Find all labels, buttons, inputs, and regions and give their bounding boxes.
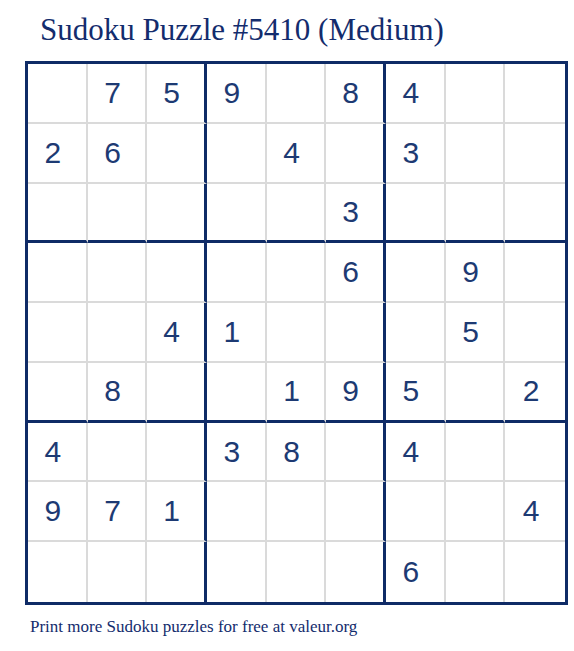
cell-r7c4: 3 <box>207 423 267 483</box>
cell-r4c8: 9 <box>446 243 506 303</box>
cell-r3c8 <box>446 184 506 244</box>
cell-r5c1 <box>28 303 88 363</box>
cell-r2c6 <box>326 124 386 184</box>
cell-r8c6 <box>326 482 386 542</box>
cell-r1c3: 5 <box>147 64 207 124</box>
cell-r2c8 <box>446 124 506 184</box>
cell-r4c3 <box>147 243 207 303</box>
cell-r2c1: 2 <box>28 124 88 184</box>
cell-r7c2 <box>88 423 148 483</box>
cell-r7c7: 4 <box>386 423 446 483</box>
cell-r9c5 <box>267 542 327 602</box>
cell-r8c3: 1 <box>147 482 207 542</box>
cell-r8c1: 9 <box>28 482 88 542</box>
cell-r2c4 <box>207 124 267 184</box>
cell-r4c6: 6 <box>326 243 386 303</box>
sudoku-board: 75984264336941581952438497146 <box>25 61 568 605</box>
cell-r6c6: 9 <box>326 363 386 423</box>
cell-r1c4: 9 <box>207 64 267 124</box>
cell-r2c5: 4 <box>267 124 327 184</box>
cell-r3c1 <box>28 184 88 244</box>
cell-r5c3: 4 <box>147 303 207 363</box>
cell-r4c2 <box>88 243 148 303</box>
cell-r5c5 <box>267 303 327 363</box>
cell-r1c8 <box>446 64 506 124</box>
cell-r2c9 <box>505 124 565 184</box>
cell-r9c9 <box>505 542 565 602</box>
cell-r3c4 <box>207 184 267 244</box>
cell-r8c4 <box>207 482 267 542</box>
cell-r6c8 <box>446 363 506 423</box>
page-title: Sudoku Puzzle #5410 (Medium) <box>40 12 444 48</box>
cell-r5c2 <box>88 303 148 363</box>
cell-r9c8 <box>446 542 506 602</box>
cell-r1c1 <box>28 64 88 124</box>
cell-r4c9 <box>505 243 565 303</box>
cell-r6c9: 2 <box>505 363 565 423</box>
cell-r8c9: 4 <box>505 482 565 542</box>
cell-r1c7: 4 <box>386 64 446 124</box>
cell-r2c2: 6 <box>88 124 148 184</box>
cell-r6c1 <box>28 363 88 423</box>
cell-r4c5 <box>267 243 327 303</box>
cell-r9c4 <box>207 542 267 602</box>
cell-r8c7 <box>386 482 446 542</box>
cell-r6c3 <box>147 363 207 423</box>
cell-r7c9 <box>505 423 565 483</box>
cell-r4c7 <box>386 243 446 303</box>
cell-r5c9 <box>505 303 565 363</box>
cell-r7c3 <box>147 423 207 483</box>
cell-r1c9 <box>505 64 565 124</box>
cell-r8c8 <box>446 482 506 542</box>
cell-r1c5 <box>267 64 327 124</box>
cell-r7c1: 4 <box>28 423 88 483</box>
cell-r9c3 <box>147 542 207 602</box>
cell-r4c4 <box>207 243 267 303</box>
cell-r9c7: 6 <box>386 542 446 602</box>
cell-r3c3 <box>147 184 207 244</box>
cell-r1c2: 7 <box>88 64 148 124</box>
cell-r6c2: 8 <box>88 363 148 423</box>
cell-r2c3 <box>147 124 207 184</box>
cell-r7c6 <box>326 423 386 483</box>
cell-r8c5 <box>267 482 327 542</box>
cell-r5c7 <box>386 303 446 363</box>
cell-r9c1 <box>28 542 88 602</box>
cell-r2c7: 3 <box>386 124 446 184</box>
cell-r3c7 <box>386 184 446 244</box>
cell-r4c1 <box>28 243 88 303</box>
cell-r7c5: 8 <box>267 423 327 483</box>
cell-r6c4 <box>207 363 267 423</box>
cell-r5c8: 5 <box>446 303 506 363</box>
cell-r9c2 <box>88 542 148 602</box>
cell-r6c7: 5 <box>386 363 446 423</box>
cell-r8c2: 7 <box>88 482 148 542</box>
cell-r9c6 <box>326 542 386 602</box>
cell-r3c2 <box>88 184 148 244</box>
footer-text: Print more Sudoku puzzles for free at va… <box>30 617 357 637</box>
cell-r1c6: 8 <box>326 64 386 124</box>
cell-r7c8 <box>446 423 506 483</box>
cell-r3c5 <box>267 184 327 244</box>
cell-r5c6 <box>326 303 386 363</box>
cell-r3c6: 3 <box>326 184 386 244</box>
cell-r6c5: 1 <box>267 363 327 423</box>
cell-r5c4: 1 <box>207 303 267 363</box>
cell-r3c9 <box>505 184 565 244</box>
